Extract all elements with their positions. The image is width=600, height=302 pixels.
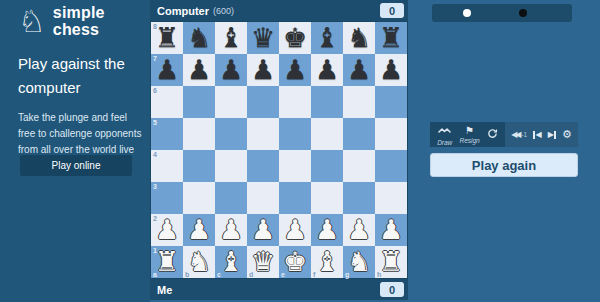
square-h7[interactable]: ♟	[375, 54, 407, 86]
piece-black-rook: ♜	[155, 23, 179, 53]
piece-black-knight: ♞	[187, 23, 211, 53]
file-label: h	[377, 271, 381, 278]
square-a3[interactable]: 3	[151, 182, 183, 214]
square-d7[interactable]: ♟	[247, 54, 279, 86]
square-d5[interactable]	[247, 118, 279, 150]
square-b4[interactable]	[183, 150, 215, 182]
piece-white-rook: ♜	[155, 247, 179, 277]
square-a1[interactable]: 1a♜	[151, 246, 183, 278]
square-a4[interactable]: 4	[151, 150, 183, 182]
square-g2[interactable]: ♟	[343, 214, 375, 246]
square-d4[interactable]	[247, 150, 279, 182]
gear-icon: ⚙	[562, 130, 572, 140]
piece-white-pawn: ♟	[379, 215, 403, 245]
rewind-icon: ◀◀ -1	[511, 130, 527, 140]
square-e7[interactable]: ♟	[279, 54, 311, 86]
square-c4[interactable]	[215, 150, 247, 182]
square-f2[interactable]: ♟	[311, 214, 343, 246]
square-d6[interactable]	[247, 86, 279, 118]
piece-white-pawn: ♟	[251, 215, 275, 245]
square-b1[interactable]: b♞	[183, 246, 215, 278]
piece-black-rook: ♜	[379, 23, 403, 53]
refresh-icon	[487, 127, 498, 142]
square-a6[interactable]: 6	[151, 86, 183, 118]
rank-label: 1	[153, 247, 157, 254]
piece-black-bishop: ♝	[219, 23, 243, 53]
square-g6[interactable]	[343, 86, 375, 118]
square-g1[interactable]: g♞	[343, 246, 375, 278]
play-online-button[interactable]: Play online	[20, 155, 132, 176]
sidebar: ♘ simple chess Play against the computer…	[0, 0, 150, 302]
logo-line2: chess	[53, 21, 105, 38]
top-player-score-badge: 0	[380, 3, 404, 18]
piece-white-pawn: ♟	[219, 215, 243, 245]
game-toolbar: Draw ⚑ Resign ◀◀ -1 ◀	[430, 122, 578, 147]
piece-white-pawn: ♟	[283, 215, 307, 245]
draw-button[interactable]: Draw	[437, 123, 452, 146]
square-c6[interactable]	[215, 86, 247, 118]
skip-to-end-button[interactable]: ▶	[548, 130, 556, 140]
square-f6[interactable]	[311, 86, 343, 118]
square-e1[interactable]: e♚	[279, 246, 311, 278]
square-d3[interactable]	[247, 182, 279, 214]
rank-label: 4	[153, 151, 157, 158]
white-player-dot[interactable]	[463, 9, 471, 17]
skip-to-start-button[interactable]: ◀	[533, 130, 541, 140]
piece-black-pawn: ♟	[155, 55, 179, 85]
page-title: Play against the computer	[18, 52, 140, 100]
bottom-player-score-badge: 0	[380, 282, 404, 297]
logo-text: simple chess	[53, 4, 105, 38]
square-b3[interactable]	[183, 182, 215, 214]
square-g3[interactable]	[343, 182, 375, 214]
board-area: Computer (600) 0 8♜♞♝♛♚♝♞♜7♟♟♟♟♟♟♟♟65432…	[150, 0, 408, 300]
square-d1[interactable]: d♛	[247, 246, 279, 278]
file-label: d	[249, 271, 253, 278]
piece-black-king: ♚	[283, 23, 307, 53]
square-f1[interactable]: f♝	[311, 246, 343, 278]
rank-label: 8	[153, 23, 157, 30]
handshake-icon	[438, 123, 451, 138]
square-e8[interactable]: ♚	[279, 22, 311, 54]
bottom-player-name: Me	[157, 284, 172, 296]
square-h5[interactable]	[375, 118, 407, 150]
rank-label: 7	[153, 55, 157, 62]
restart-button[interactable]	[487, 127, 498, 142]
chess-board: 8♜♞♝♛♚♝♞♜7♟♟♟♟♟♟♟♟65432♟♟♟♟♟♟♟♟1a♜b♞c♝d♛…	[150, 21, 408, 279]
square-e2[interactable]: ♟	[279, 214, 311, 246]
player-indicator-bar	[432, 4, 572, 22]
rank-label: 6	[153, 87, 157, 94]
square-a5[interactable]: 5	[151, 118, 183, 150]
piece-white-pawn: ♟	[187, 215, 211, 245]
square-h3[interactable]	[375, 182, 407, 214]
takeback-button[interactable]: ◀◀ -1	[511, 130, 527, 140]
square-b5[interactable]	[183, 118, 215, 150]
piece-black-queen: ♛	[251, 23, 275, 53]
top-player-bar: Computer (600) 0	[150, 0, 408, 21]
piece-white-knight: ♞	[347, 247, 371, 277]
square-c8[interactable]: ♝	[215, 22, 247, 54]
square-e5[interactable]	[279, 118, 311, 150]
piece-black-pawn: ♟	[251, 55, 275, 85]
square-b8[interactable]: ♞	[183, 22, 215, 54]
square-h2[interactable]: ♟	[375, 214, 407, 246]
file-label: e	[281, 271, 285, 278]
square-g7[interactable]: ♟	[343, 54, 375, 86]
square-f8[interactable]: ♝	[311, 22, 343, 54]
piece-black-bishop: ♝	[315, 23, 339, 53]
square-b7[interactable]: ♟	[183, 54, 215, 86]
rank-label: 5	[153, 119, 157, 126]
knight-icon: ♘	[18, 4, 46, 38]
settings-button[interactable]: ⚙	[562, 130, 572, 140]
resign-button[interactable]: ⚑ Resign	[459, 126, 479, 144]
square-a8[interactable]: 8♜	[151, 22, 183, 54]
square-f7[interactable]: ♟	[311, 54, 343, 86]
square-h4[interactable]	[375, 150, 407, 182]
skip-end-icon: ▶	[548, 130, 556, 140]
piece-black-pawn: ♟	[187, 55, 211, 85]
flag-icon: ⚑	[465, 126, 474, 136]
square-h8[interactable]: ♜	[375, 22, 407, 54]
square-h1[interactable]: h♜	[375, 246, 407, 278]
square-e4[interactable]	[279, 150, 311, 182]
square-b6[interactable]	[183, 86, 215, 118]
draw-label: Draw	[437, 139, 452, 146]
piece-white-pawn: ♟	[347, 215, 371, 245]
piece-white-knight: ♞	[187, 247, 211, 277]
square-c1[interactable]: c♝	[215, 246, 247, 278]
piece-black-pawn: ♟	[219, 55, 243, 85]
square-e3[interactable]	[279, 182, 311, 214]
skip-start-icon: ◀	[533, 130, 541, 140]
piece-black-pawn: ♟	[379, 55, 403, 85]
piece-white-bishop: ♝	[219, 247, 243, 277]
rank-label: 2	[153, 215, 157, 222]
square-f4[interactable]	[311, 150, 343, 182]
square-e6[interactable]	[279, 86, 311, 118]
square-a7[interactable]: 7♟	[151, 54, 183, 86]
square-c3[interactable]	[215, 182, 247, 214]
square-h6[interactable]	[375, 86, 407, 118]
piece-black-pawn: ♟	[283, 55, 307, 85]
toolbar-right-group: ◀◀ -1 ◀ ▶ ⚙	[505, 122, 578, 147]
square-g5[interactable]	[343, 118, 375, 150]
piece-white-king: ♚	[283, 247, 307, 277]
file-label: f	[313, 271, 315, 278]
piece-white-bishop: ♝	[315, 247, 339, 277]
promo-text: Take the plunge and feel free to challen…	[18, 110, 142, 158]
takeback-label: -1	[521, 131, 527, 138]
file-label: g	[345, 271, 349, 278]
square-f5[interactable]	[311, 118, 343, 150]
top-player-name: Computer	[157, 5, 209, 17]
file-label: a	[153, 271, 157, 278]
piece-white-pawn: ♟	[155, 215, 179, 245]
piece-black-pawn: ♟	[315, 55, 339, 85]
piece-black-pawn: ♟	[347, 55, 371, 85]
square-f3[interactable]	[311, 182, 343, 214]
square-c5[interactable]	[215, 118, 247, 150]
square-a2[interactable]: 2♟	[151, 214, 183, 246]
piece-white-rook: ♜	[379, 247, 403, 277]
bottom-player-bar: Me 0	[150, 279, 408, 300]
file-label: b	[185, 271, 189, 278]
black-player-dot[interactable]	[519, 9, 527, 17]
square-c2[interactable]: ♟	[215, 214, 247, 246]
logo: ♘ simple chess	[18, 4, 105, 38]
piece-white-queen: ♛	[251, 247, 275, 277]
play-again-button[interactable]: Play again	[430, 153, 578, 177]
square-d8[interactable]: ♛	[247, 22, 279, 54]
square-d2[interactable]: ♟	[247, 214, 279, 246]
file-label: c	[217, 271, 221, 278]
square-b2[interactable]: ♟	[183, 214, 215, 246]
piece-black-knight: ♞	[347, 23, 371, 53]
square-g4[interactable]	[343, 150, 375, 182]
square-g8[interactable]: ♞	[343, 22, 375, 54]
rank-label: 3	[153, 183, 157, 190]
logo-line1: simple	[53, 4, 105, 21]
app-window: ♘ simple chess Play against the computer…	[0, 0, 600, 302]
square-c7[interactable]: ♟	[215, 54, 247, 86]
resign-label: Resign	[459, 137, 479, 144]
piece-white-pawn: ♟	[315, 215, 339, 245]
toolbar-left-group: Draw ⚑ Resign	[430, 122, 505, 147]
top-player-rating: (600)	[213, 6, 234, 16]
